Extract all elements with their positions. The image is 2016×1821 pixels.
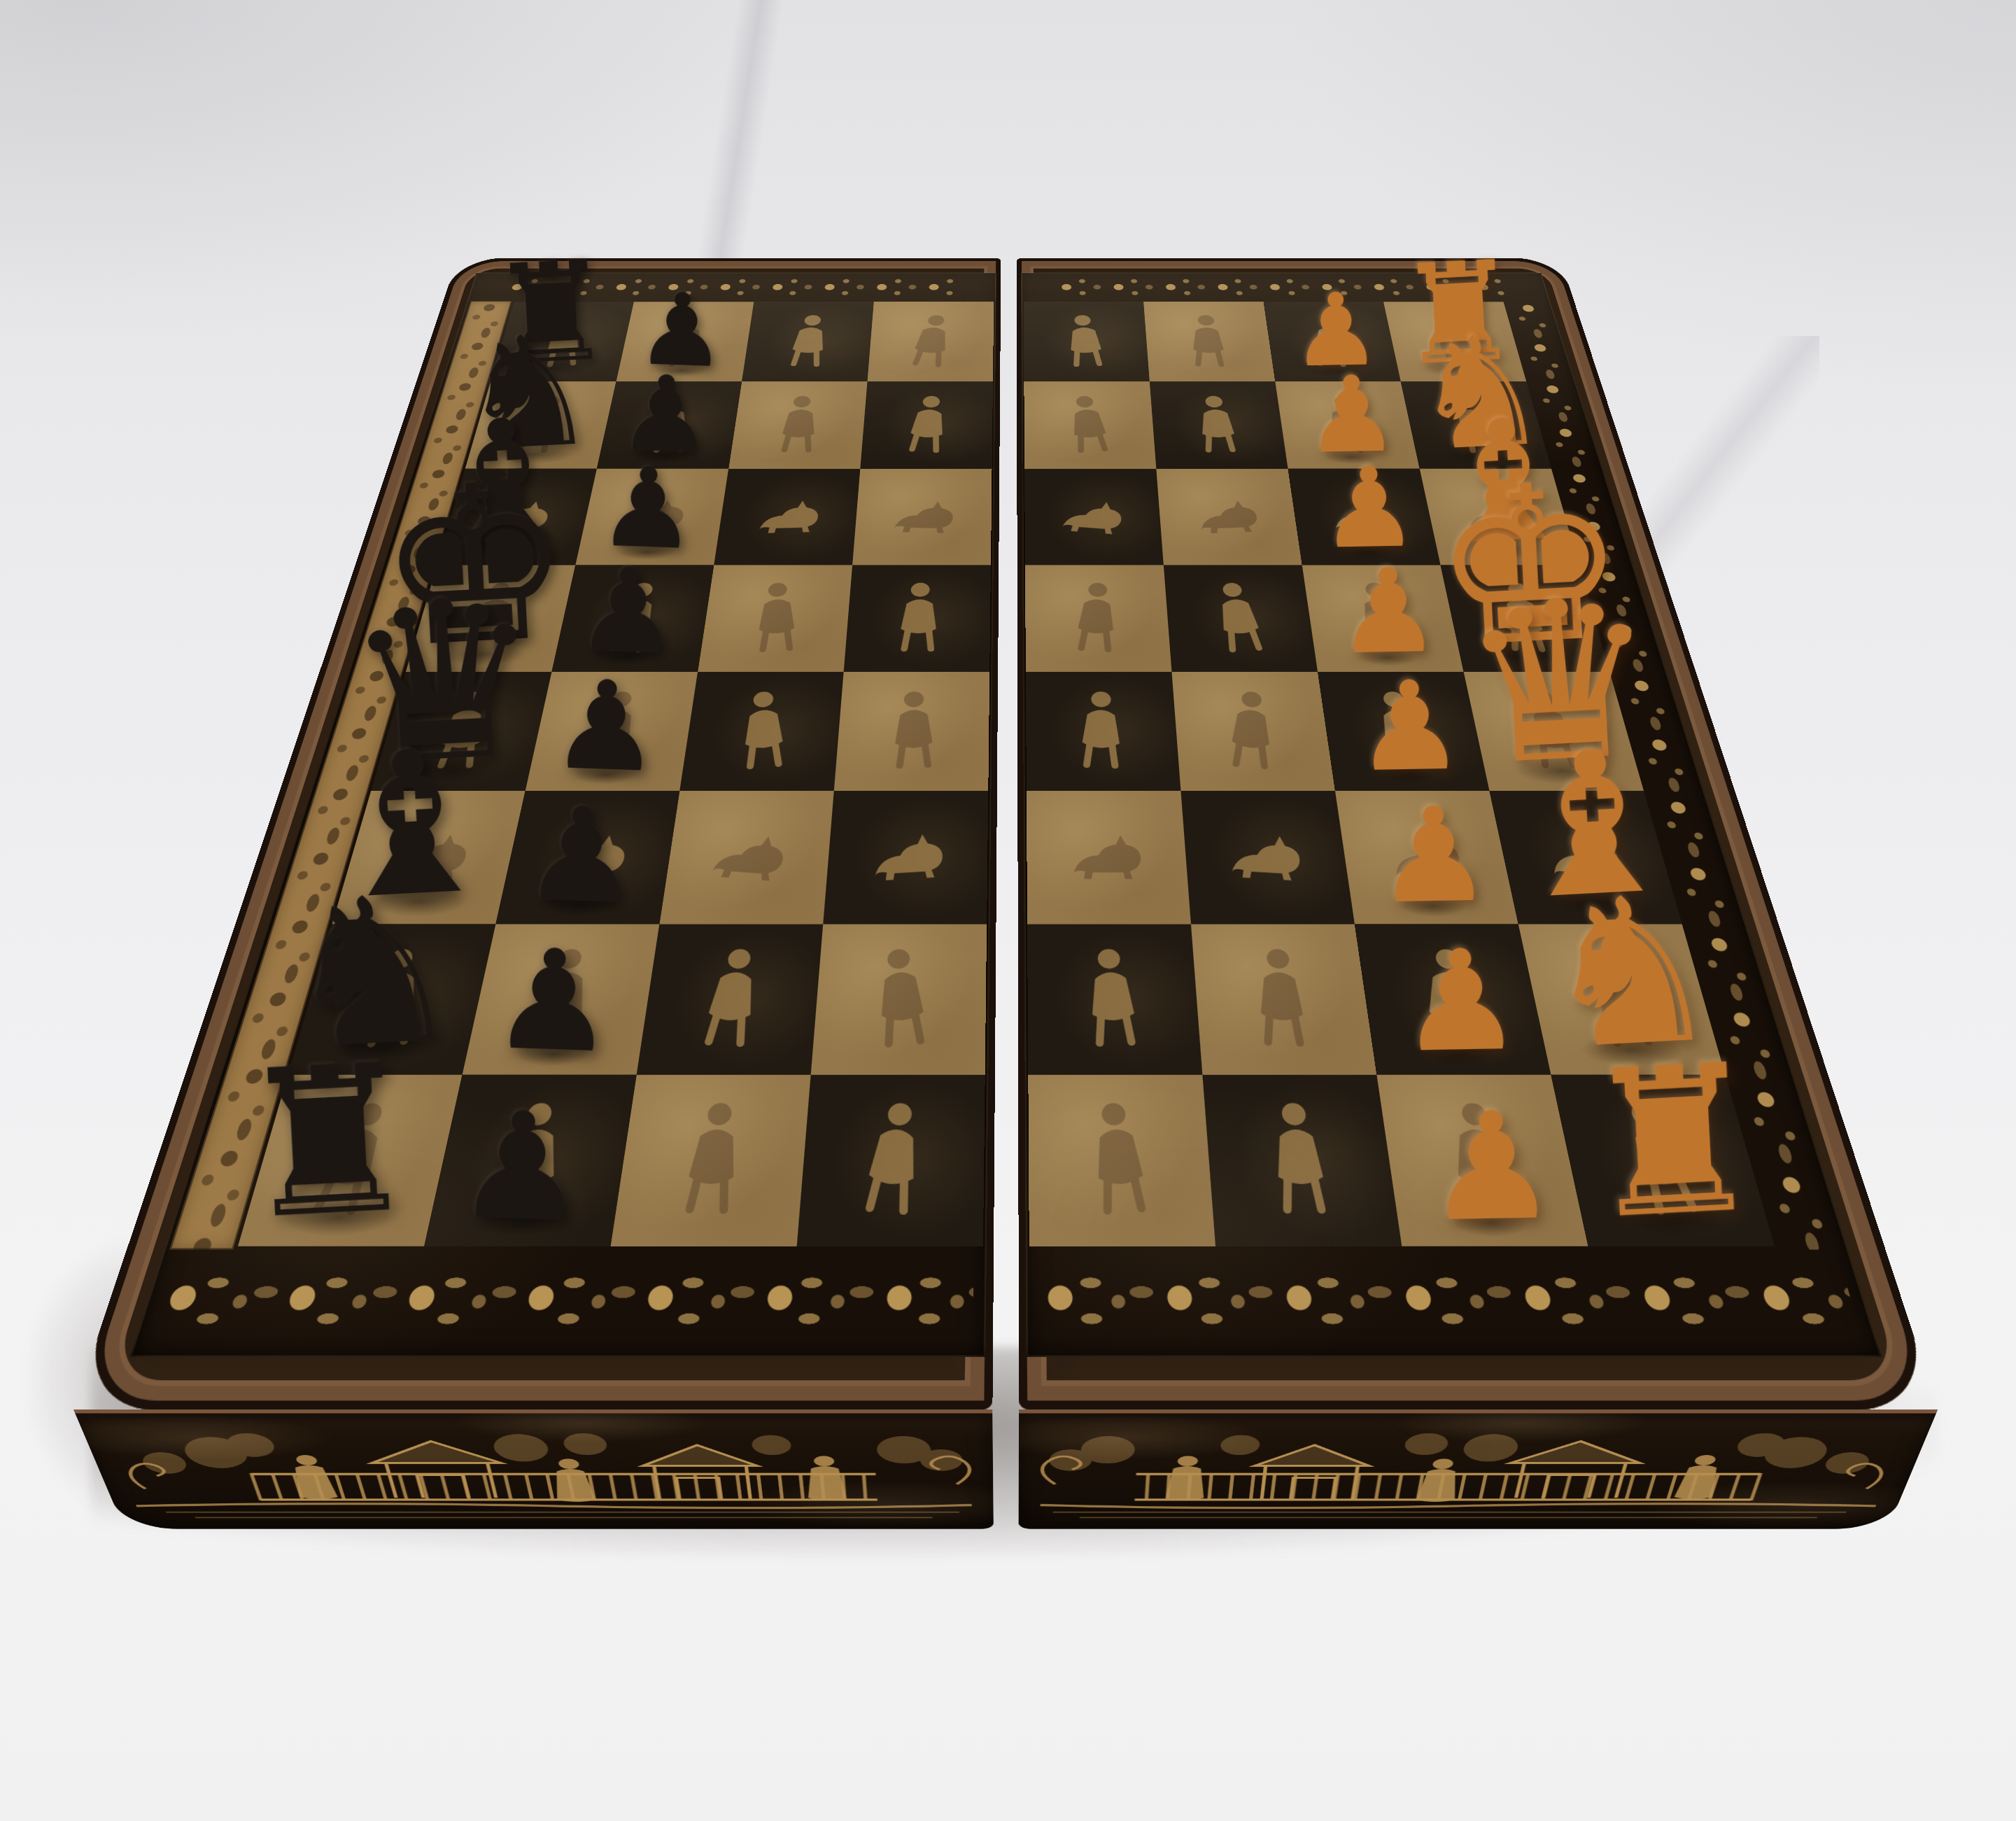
- chess-piece-black-rook[interactable]: ♜: [233, 1044, 425, 1240]
- square-figure-decal: [770, 312, 848, 371]
- square[interactable]: [1024, 469, 1164, 565]
- square[interactable]: [728, 381, 867, 469]
- square-figure-decal: [1048, 391, 1130, 458]
- square-figure-decal: [1231, 943, 1334, 1054]
- square[interactable]: [610, 1075, 810, 1246]
- square[interactable]: ♟: [1335, 791, 1518, 924]
- square[interactable]: [1150, 381, 1288, 469]
- board-half-right-top: ♟♜♟♞♟♝♟♚♟♛♟♝♟♞♟♜: [1017, 258, 1938, 1409]
- square[interactable]: [1164, 565, 1318, 672]
- chess-piece-white-pawn[interactable]: ♟: [1335, 557, 1441, 666]
- playing-well: ♜♟♞♟♝♟♚♟♛♟♝♟♞♟♜♟: [129, 273, 996, 1358]
- board-half-left-top: ♜♟♞♟♝♟♚♟♛♟♝♟♞♟♜♟: [73, 258, 1001, 1409]
- square[interactable]: [1171, 672, 1334, 791]
- square-figure-decal: [834, 1094, 951, 1225]
- square[interactable]: ♟: [424, 1075, 636, 1246]
- square-figure-decal: [1063, 1095, 1178, 1224]
- square[interactable]: ♟: [1376, 1075, 1588, 1246]
- square[interactable]: [1202, 1075, 1402, 1246]
- square[interactable]: [844, 565, 991, 672]
- square[interactable]: [637, 924, 824, 1075]
- squares-grid-right: ♟♜♟♞♟♝♟♚♟♛♟♝♟♞♟♜: [1024, 302, 1775, 1246]
- photo-stage: ♜♟♞♟♝♟♚♟♛♟♝♟♞♟♜♟: [0, 0, 2016, 1821]
- square[interactable]: [1024, 381, 1156, 469]
- square[interactable]: ♟: [463, 924, 660, 1075]
- square[interactable]: [1026, 672, 1181, 791]
- square-figure-decal: [735, 577, 817, 658]
- square-figure-decal: [1062, 943, 1164, 1054]
- square[interactable]: [811, 924, 987, 1075]
- square[interactable]: [679, 672, 843, 791]
- chess-piece-black-pawn[interactable]: ♟: [574, 556, 682, 667]
- square[interactable]: ♟: [495, 791, 679, 924]
- square-figure-decal: [721, 684, 808, 777]
- square-figure-decal: [1058, 687, 1144, 775]
- square[interactable]: [1143, 302, 1275, 381]
- square-figure-decal: [1061, 808, 1154, 904]
- square-figure-decal: [1192, 577, 1288, 659]
- chess-piece-black-pawn[interactable]: ♟: [549, 668, 663, 785]
- chess-piece-white-pawn[interactable]: ♟: [1424, 1098, 1560, 1237]
- square[interactable]: [1027, 924, 1202, 1075]
- square-figure-decal: [1178, 393, 1258, 456]
- square[interactable]: [714, 469, 860, 565]
- chess-piece-white-pawn[interactable]: ♟: [1354, 670, 1466, 785]
- square-figure-decal: [693, 806, 803, 908]
- chess-piece-white-pawn[interactable]: ♟: [1374, 795, 1493, 917]
- square-figure-decal: [1184, 480, 1272, 552]
- square-figure-decal: [759, 393, 838, 456]
- square-figure-decal: [863, 806, 955, 907]
- gilt-band-front: [1038, 1255, 1867, 1349]
- square-figure-decal: [654, 1097, 771, 1222]
- square-figure-decal: [877, 579, 960, 656]
- square[interactable]: ♜: [238, 1075, 463, 1246]
- square[interactable]: [797, 1075, 985, 1246]
- squares-grid-left: ♜♟♞♟♝♟♚♟♛♟♝♟♞♟♜♟: [238, 302, 994, 1246]
- chess-board: ♜♟♞♟♝♟♚♟♛♟♝♟♞♟♜♟: [73, 258, 1938, 1409]
- square[interactable]: [1191, 924, 1376, 1075]
- square-figure-decal: [852, 941, 954, 1057]
- square[interactable]: [1156, 469, 1302, 565]
- square-figure-decal: [1171, 312, 1245, 370]
- square-figure-decal: [891, 311, 971, 372]
- square-figure-decal: [1048, 311, 1124, 371]
- scene: ♜♟♞♟♝♟♚♟♛♟♝♟♞♟♜♟: [0, 0, 2016, 1821]
- square-figure-decal: [1220, 806, 1313, 907]
- square[interactable]: [823, 791, 988, 924]
- square-figure-decal: [1207, 684, 1293, 777]
- square[interactable]: [698, 565, 852, 672]
- chinoiserie-scene: [1031, 1418, 1922, 1524]
- square[interactable]: ♟: [1355, 924, 1551, 1075]
- playing-well: ♟♜♟♞♟♝♟♚♟♛♟♝♟♞♟♜: [1021, 273, 1882, 1358]
- square[interactable]: [1028, 1075, 1215, 1246]
- square[interactable]: [867, 302, 994, 381]
- square[interactable]: [1025, 565, 1172, 672]
- square-figure-decal: [871, 687, 957, 775]
- board-half-left: ♜♟♞♟♝♟♚♟♛♟♝♟♞♟♜♟: [73, 258, 1001, 1409]
- gilt-band-front: [145, 1255, 974, 1349]
- square[interactable]: [742, 302, 874, 381]
- chinoiserie-scene: [90, 1418, 981, 1524]
- square[interactable]: [852, 469, 992, 565]
- box-front-face-left: [73, 1409, 994, 1529]
- square[interactable]: ♜: [1551, 1075, 1774, 1246]
- square[interactable]: [834, 672, 989, 791]
- square[interactable]: ♟: [526, 672, 698, 791]
- square[interactable]: [1027, 791, 1191, 924]
- square-figure-decal: [675, 942, 788, 1055]
- chess-piece-black-pawn[interactable]: ♟: [521, 794, 642, 918]
- square-figure-decal: [1050, 479, 1133, 554]
- chess-piece-white-pawn[interactable]: ♟: [1397, 937, 1524, 1067]
- chess-piece-white-rook[interactable]: ♜: [1578, 1044, 1770, 1240]
- square-figure-decal: [887, 391, 968, 457]
- square[interactable]: [1180, 791, 1354, 924]
- chess-piece-black-pawn[interactable]: ♟: [453, 1097, 591, 1239]
- box-front-face-right: [1019, 1409, 1938, 1529]
- square-figure-decal: [882, 481, 964, 552]
- square[interactable]: [860, 381, 993, 469]
- square-figure-decal: [1054, 577, 1137, 658]
- chess-piece-black-pawn[interactable]: ♟: [489, 936, 618, 1068]
- square[interactable]: [659, 791, 833, 924]
- square-figure-decal: [1243, 1097, 1358, 1221]
- board-half-right: ♟♜♟♞♟♝♟♚♟♛♟♝♟♞♟♜: [1017, 258, 1938, 1409]
- square-figure-decal: [748, 481, 829, 552]
- square[interactable]: [1024, 302, 1150, 381]
